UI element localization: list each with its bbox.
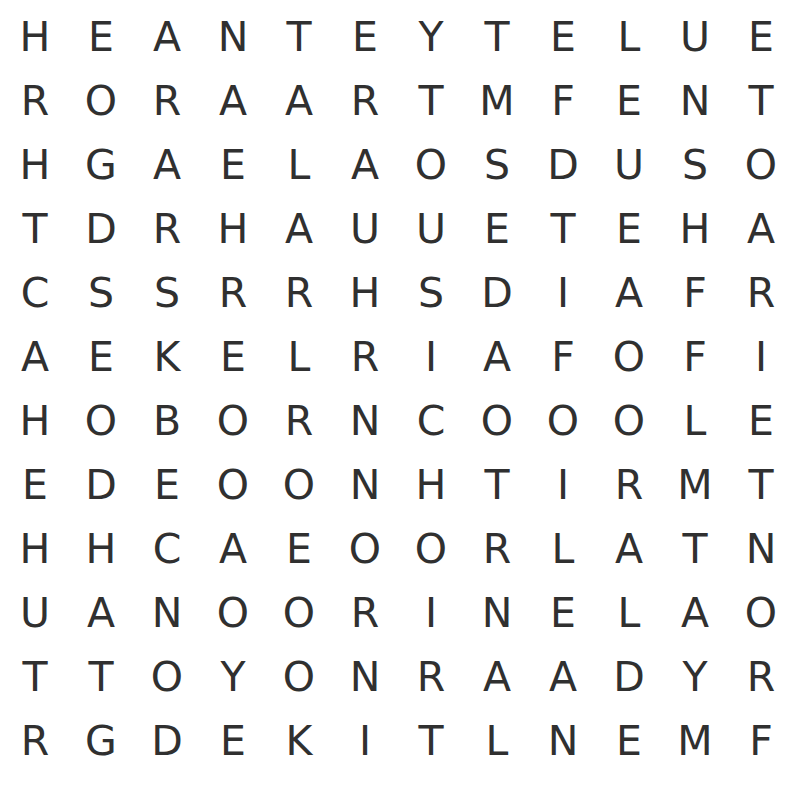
cell-r4c9[interactable]: T xyxy=(530,197,596,261)
cell-r5c7[interactable]: S xyxy=(398,261,464,325)
cell-r11c6[interactable]: N xyxy=(332,645,398,709)
cell-r9c2[interactable]: H xyxy=(68,517,134,581)
cell-r12c1[interactable]: R xyxy=(2,709,68,773)
cell-r3c12[interactable]: O xyxy=(728,133,794,197)
cell-r3c6[interactable]: A xyxy=(332,133,398,197)
cell-r8c11[interactable]: M xyxy=(662,453,728,517)
cell-r6c12[interactable]: I xyxy=(728,325,794,389)
cell-r5c3[interactable]: S xyxy=(134,261,200,325)
word-search-board: HEANTEYTELUERORAARTMFENTHGAELAOSDUSOTDRH… xyxy=(2,5,794,773)
cell-r7c5[interactable]: R xyxy=(266,389,332,453)
cell-r3c9[interactable]: D xyxy=(530,133,596,197)
cell-r4c11[interactable]: H xyxy=(662,197,728,261)
cell-r12c7[interactable]: T xyxy=(398,709,464,773)
cell-r4c1[interactable]: T xyxy=(2,197,68,261)
cell-r12c10[interactable]: E xyxy=(596,709,662,773)
cell-r12c3[interactable]: D xyxy=(134,709,200,773)
cell-r3c4[interactable]: E xyxy=(200,133,266,197)
cell-r8c1[interactable]: E xyxy=(2,453,68,517)
cell-r5c9[interactable]: I xyxy=(530,261,596,325)
cell-r10c2[interactable]: A xyxy=(68,581,134,645)
cell-r12c11[interactable]: M xyxy=(662,709,728,773)
cell-r12c9[interactable]: N xyxy=(530,709,596,773)
cell-r6c6[interactable]: R xyxy=(332,325,398,389)
cell-r1c12[interactable]: E xyxy=(728,5,794,69)
cell-r5c8[interactable]: D xyxy=(464,261,530,325)
cell-r9c10[interactable]: A xyxy=(596,517,662,581)
cell-r9c9[interactable]: L xyxy=(530,517,596,581)
cell-r3c1[interactable]: H xyxy=(2,133,68,197)
cell-r10c12[interactable]: O xyxy=(728,581,794,645)
cell-r4c7[interactable]: U xyxy=(398,197,464,261)
cell-r2c4[interactable]: A xyxy=(200,69,266,133)
cell-r2c1[interactable]: R xyxy=(2,69,68,133)
cell-r9c1[interactable]: H xyxy=(2,517,68,581)
cell-r12c6[interactable]: I xyxy=(332,709,398,773)
cell-r4c4[interactable]: H xyxy=(200,197,266,261)
cell-r1c3[interactable]: A xyxy=(134,5,200,69)
cell-r1c5[interactable]: T xyxy=(266,5,332,69)
cell-r9c6[interactable]: O xyxy=(332,517,398,581)
cell-r2c11[interactable]: N xyxy=(662,69,728,133)
cell-r7c11[interactable]: L xyxy=(662,389,728,453)
cell-r7c1[interactable]: H xyxy=(2,389,68,453)
cell-r8c10[interactable]: R xyxy=(596,453,662,517)
cell-r4c3[interactable]: R xyxy=(134,197,200,261)
cell-r5c10[interactable]: A xyxy=(596,261,662,325)
cell-r7c3[interactable]: B xyxy=(134,389,200,453)
cell-r8c8[interactable]: T xyxy=(464,453,530,517)
cell-r9c12[interactable]: N xyxy=(728,517,794,581)
cell-r2c12[interactable]: T xyxy=(728,69,794,133)
cell-r1c6[interactable]: E xyxy=(332,5,398,69)
cell-r10c1[interactable]: U xyxy=(2,581,68,645)
cell-r8c12[interactable]: T xyxy=(728,453,794,517)
cell-r12c4[interactable]: E xyxy=(200,709,266,773)
cell-r12c8[interactable]: L xyxy=(464,709,530,773)
cell-r1c7[interactable]: Y xyxy=(398,5,464,69)
cell-r8c6[interactable]: N xyxy=(332,453,398,517)
cell-r11c4[interactable]: Y xyxy=(200,645,266,709)
cell-r5c12[interactable]: R xyxy=(728,261,794,325)
cell-r9c7[interactable]: O xyxy=(398,517,464,581)
cell-r7c10[interactable]: O xyxy=(596,389,662,453)
cell-r9c4[interactable]: A xyxy=(200,517,266,581)
cell-r6c5[interactable]: L xyxy=(266,325,332,389)
cell-r10c10[interactable]: L xyxy=(596,581,662,645)
cell-r6c9[interactable]: F xyxy=(530,325,596,389)
cell-r10c7[interactable]: I xyxy=(398,581,464,645)
cell-r9c5[interactable]: E xyxy=(266,517,332,581)
cell-r2c10[interactable]: E xyxy=(596,69,662,133)
cell-r8c7[interactable]: H xyxy=(398,453,464,517)
cell-r10c6[interactable]: R xyxy=(332,581,398,645)
cell-r7c9[interactable]: O xyxy=(530,389,596,453)
cell-r2c2[interactable]: O xyxy=(68,69,134,133)
cell-r10c5[interactable]: O xyxy=(266,581,332,645)
cell-r11c11[interactable]: Y xyxy=(662,645,728,709)
cell-r6c1[interactable]: A xyxy=(2,325,68,389)
cell-r11c5[interactable]: O xyxy=(266,645,332,709)
cell-r12c5[interactable]: K xyxy=(266,709,332,773)
cell-r7c2[interactable]: O xyxy=(68,389,134,453)
cell-r12c12[interactable]: F xyxy=(728,709,794,773)
cell-r5c2[interactable]: S xyxy=(68,261,134,325)
cell-r6c3[interactable]: K xyxy=(134,325,200,389)
cell-r5c1[interactable]: C xyxy=(2,261,68,325)
cell-r5c6[interactable]: H xyxy=(332,261,398,325)
cell-r2c9[interactable]: F xyxy=(530,69,596,133)
cell-r5c5[interactable]: R xyxy=(266,261,332,325)
cell-r8c5[interactable]: O xyxy=(266,453,332,517)
cell-r2c3[interactable]: R xyxy=(134,69,200,133)
cell-r4c10[interactable]: E xyxy=(596,197,662,261)
cell-r2c6[interactable]: R xyxy=(332,69,398,133)
cell-r4c6[interactable]: U xyxy=(332,197,398,261)
cell-r1c4[interactable]: N xyxy=(200,5,266,69)
cell-r5c11[interactable]: F xyxy=(662,261,728,325)
cell-r12c2[interactable]: G xyxy=(68,709,134,773)
cell-r8c4[interactable]: O xyxy=(200,453,266,517)
cell-r4c12[interactable]: A xyxy=(728,197,794,261)
cell-r1c1[interactable]: H xyxy=(2,5,68,69)
cell-r1c10[interactable]: L xyxy=(596,5,662,69)
cell-r1c8[interactable]: T xyxy=(464,5,530,69)
cell-r4c2[interactable]: D xyxy=(68,197,134,261)
cell-r10c3[interactable]: N xyxy=(134,581,200,645)
cell-r6c4[interactable]: E xyxy=(200,325,266,389)
cell-r11c12[interactable]: R xyxy=(728,645,794,709)
cell-r11c7[interactable]: R xyxy=(398,645,464,709)
cell-r1c9[interactable]: E xyxy=(530,5,596,69)
cell-r11c2[interactable]: T xyxy=(68,645,134,709)
cell-r6c2[interactable]: E xyxy=(68,325,134,389)
cell-r9c8[interactable]: R xyxy=(464,517,530,581)
cell-r3c3[interactable]: A xyxy=(134,133,200,197)
cell-r8c3[interactable]: E xyxy=(134,453,200,517)
cell-r10c8[interactable]: N xyxy=(464,581,530,645)
word-search-page: HEANTEYTELUERORAARTMFENTHGAELAOSDUSOTDRH… xyxy=(0,0,800,789)
cell-r11c8[interactable]: A xyxy=(464,645,530,709)
cell-r8c9[interactable]: I xyxy=(530,453,596,517)
cell-r11c9[interactable]: A xyxy=(530,645,596,709)
cell-r10c9[interactable]: E xyxy=(530,581,596,645)
cell-r3c8[interactable]: S xyxy=(464,133,530,197)
cell-r4c5[interactable]: A xyxy=(266,197,332,261)
cell-r5c4[interactable]: R xyxy=(200,261,266,325)
cell-r3c11[interactable]: S xyxy=(662,133,728,197)
cell-r7c4[interactable]: O xyxy=(200,389,266,453)
cell-r7c6[interactable]: N xyxy=(332,389,398,453)
cell-r3c7[interactable]: O xyxy=(398,133,464,197)
cell-r3c10[interactable]: U xyxy=(596,133,662,197)
cell-r1c11[interactable]: U xyxy=(662,5,728,69)
cell-r2c5[interactable]: A xyxy=(266,69,332,133)
cell-r4c8[interactable]: E xyxy=(464,197,530,261)
cell-r7c8[interactable]: O xyxy=(464,389,530,453)
cell-r6c11[interactable]: F xyxy=(662,325,728,389)
cell-r1c2[interactable]: E xyxy=(68,5,134,69)
cell-r10c11[interactable]: A xyxy=(662,581,728,645)
cell-r10c4[interactable]: O xyxy=(200,581,266,645)
cell-r3c5[interactable]: L xyxy=(266,133,332,197)
cell-r9c3[interactable]: C xyxy=(134,517,200,581)
cell-r11c10[interactable]: D xyxy=(596,645,662,709)
cell-r7c12[interactable]: E xyxy=(728,389,794,453)
cell-r11c3[interactable]: O xyxy=(134,645,200,709)
cell-r2c7[interactable]: T xyxy=(398,69,464,133)
cell-r2c8[interactable]: M xyxy=(464,69,530,133)
cell-r6c8[interactable]: A xyxy=(464,325,530,389)
cell-r8c2[interactable]: D xyxy=(68,453,134,517)
cell-r6c7[interactable]: I xyxy=(398,325,464,389)
cell-r7c7[interactable]: C xyxy=(398,389,464,453)
cell-r11c1[interactable]: T xyxy=(2,645,68,709)
cell-r3c2[interactable]: G xyxy=(68,133,134,197)
cell-r9c11[interactable]: T xyxy=(662,517,728,581)
cell-r6c10[interactable]: O xyxy=(596,325,662,389)
